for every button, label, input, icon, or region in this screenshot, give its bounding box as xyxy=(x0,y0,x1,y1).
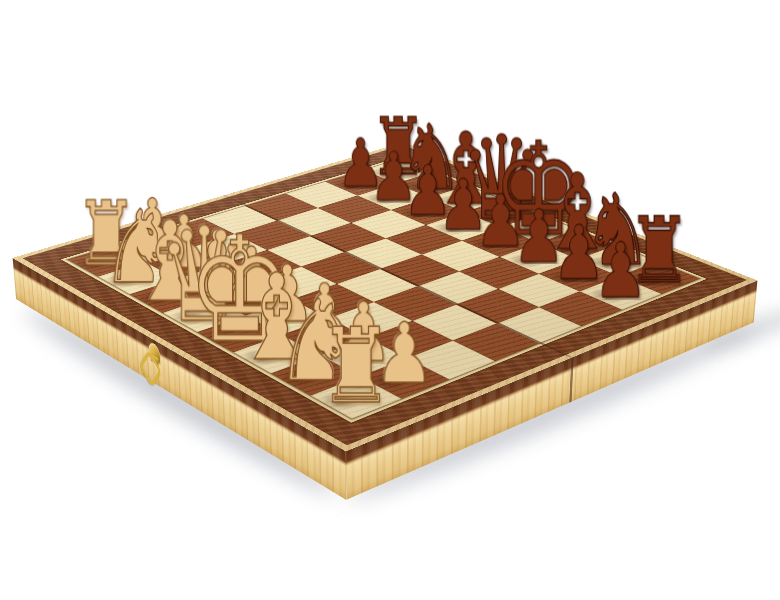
chess-board: ♜♞♝♛♚♝♞♜♟♟♟♟♟♟♟♟♟♟♟♟♟♟♟♟♜♞♝♛♚♝♞♜ xyxy=(13,142,758,451)
square-h4 xyxy=(453,324,539,362)
square-g5 xyxy=(456,289,539,324)
product-photo: ♜♞♝♛♚♝♞♜♟♟♟♟♟♟♟♟♟♟♟♟♟♟♟♟♜♞♝♛♚♝♞♜ xyxy=(0,0,780,600)
scene-3d: ♜♞♝♛♚♝♞♜♟♟♟♟♟♟♟♟♟♟♟♟♟♟♟♟♜♞♝♛♚♝♞♜ xyxy=(0,0,780,600)
square-h5 xyxy=(497,307,582,343)
square-f5 xyxy=(417,271,498,304)
brass-clasp xyxy=(146,337,164,391)
